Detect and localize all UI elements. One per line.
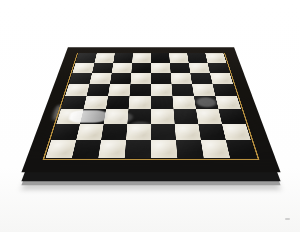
product-photo-scene — [0, 0, 300, 232]
background-speck — [285, 218, 290, 220]
square-r4c7 — [192, 84, 215, 96]
square-r1c3 — [113, 53, 133, 62]
square-r7c4 — [126, 124, 151, 140]
square-r3c2 — [89, 73, 111, 84]
square-r5c2 — [83, 96, 108, 109]
square-r7c8 — [222, 124, 251, 140]
square-r4c6 — [172, 84, 194, 96]
square-r4c3 — [108, 84, 130, 96]
square-r8c8 — [226, 140, 257, 158]
square-r5c4 — [128, 96, 151, 109]
square-r8c6 — [176, 140, 204, 158]
square-r2c5 — [151, 63, 171, 73]
square-r2c6 — [170, 63, 190, 73]
square-r6c6 — [174, 109, 199, 124]
square-r2c3 — [112, 63, 132, 73]
square-r2c1 — [72, 63, 94, 73]
square-r2c7 — [189, 63, 210, 73]
square-r4c1 — [65, 84, 89, 96]
square-r5c6 — [172, 96, 196, 109]
square-r8c2 — [72, 140, 101, 158]
square-r3c7 — [190, 73, 212, 84]
square-r7c3 — [101, 124, 127, 140]
square-r3c8 — [210, 73, 233, 84]
square-r3c3 — [110, 73, 131, 84]
playing-field — [46, 53, 257, 158]
square-r5c7 — [194, 96, 219, 109]
square-r6c2 — [80, 109, 106, 124]
square-r5c3 — [106, 96, 130, 109]
square-r8c3 — [98, 140, 126, 158]
square-r2c2 — [92, 63, 113, 73]
square-r1c4 — [132, 53, 151, 62]
square-r1c5 — [151, 53, 170, 62]
square-r6c5 — [151, 109, 175, 124]
square-r6c8 — [219, 109, 246, 124]
square-r4c4 — [130, 84, 151, 96]
square-r2c4 — [131, 63, 151, 73]
square-r1c8 — [205, 53, 226, 62]
square-r4c2 — [87, 84, 110, 96]
square-r3c5 — [151, 73, 172, 84]
square-r1c6 — [169, 53, 189, 62]
square-r4c5 — [151, 84, 172, 96]
square-r1c1 — [76, 53, 97, 62]
square-r7c5 — [151, 124, 176, 140]
square-r6c4 — [127, 109, 151, 124]
square-r8c4 — [125, 140, 151, 158]
square-r5c8 — [215, 96, 241, 109]
square-r2c8 — [208, 63, 230, 73]
square-r3c1 — [69, 73, 92, 84]
chess-board — [21, 47, 280, 172]
square-r1c7 — [187, 53, 207, 62]
square-r6c3 — [104, 109, 129, 124]
square-r8c5 — [151, 140, 177, 158]
square-r7c2 — [76, 124, 103, 140]
square-r1c2 — [94, 53, 114, 62]
square-r7c6 — [175, 124, 201, 140]
square-r4c8 — [213, 84, 237, 96]
square-r3c4 — [130, 73, 151, 84]
square-r3c6 — [171, 73, 192, 84]
square-r5c5 — [151, 96, 174, 109]
